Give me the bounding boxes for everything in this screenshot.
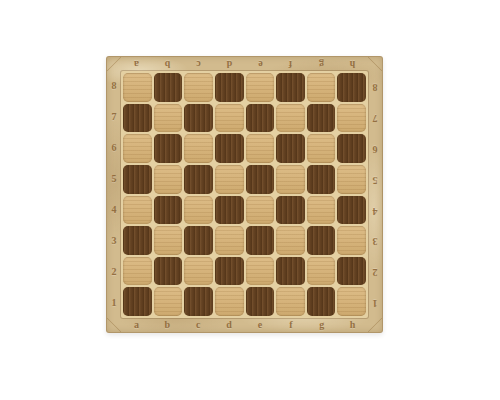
rank-labels-left: 87654321 [107, 71, 121, 318]
square-f5[interactable] [276, 165, 305, 194]
rank-labels-right: 87654321 [368, 71, 382, 318]
file-label-bottom-h: h [337, 318, 368, 332]
rank-label-left-4: 4 [107, 195, 121, 226]
square-e3[interactable] [246, 226, 275, 255]
rank-label-right-6: 6 [368, 133, 382, 164]
file-label-bottom-b: b [152, 318, 183, 332]
square-d4[interactable] [215, 196, 244, 225]
square-a4[interactable] [123, 196, 152, 225]
rank-label-left-7: 7 [107, 102, 121, 133]
square-g5[interactable] [307, 165, 336, 194]
square-h6[interactable] [337, 134, 366, 163]
square-f6[interactable] [276, 134, 305, 163]
file-label-top-a: a [121, 57, 152, 71]
square-b3[interactable] [154, 226, 183, 255]
square-d7[interactable] [215, 104, 244, 133]
square-f8[interactable] [276, 73, 305, 102]
square-d5[interactable] [215, 165, 244, 194]
square-f1[interactable] [276, 287, 305, 316]
square-c5[interactable] [184, 165, 213, 194]
square-e7[interactable] [246, 104, 275, 133]
square-c4[interactable] [184, 196, 213, 225]
rank-label-right-1: 1 [368, 287, 382, 318]
file-label-top-c: c [183, 57, 214, 71]
square-c8[interactable] [184, 73, 213, 102]
square-e4[interactable] [246, 196, 275, 225]
square-h1[interactable] [337, 287, 366, 316]
square-a6[interactable] [123, 134, 152, 163]
rank-label-left-8: 8 [107, 71, 121, 102]
rank-label-left-2: 2 [107, 256, 121, 287]
rank-label-right-2: 2 [368, 256, 382, 287]
file-label-bottom-c: c [183, 318, 214, 332]
file-label-top-g: g [306, 57, 337, 71]
square-c6[interactable] [184, 134, 213, 163]
file-label-top-e: e [245, 57, 276, 71]
square-f3[interactable] [276, 226, 305, 255]
square-e5[interactable] [246, 165, 275, 194]
square-b5[interactable] [154, 165, 183, 194]
square-d8[interactable] [215, 73, 244, 102]
rank-label-right-5: 5 [368, 164, 382, 195]
square-e6[interactable] [246, 134, 275, 163]
square-b8[interactable] [154, 73, 183, 102]
square-h2[interactable] [337, 257, 366, 286]
square-g6[interactable] [307, 134, 336, 163]
square-f7[interactable] [276, 104, 305, 133]
square-g3[interactable] [307, 226, 336, 255]
rank-label-left-3: 3 [107, 225, 121, 256]
square-c3[interactable] [184, 226, 213, 255]
square-a3[interactable] [123, 226, 152, 255]
square-d6[interactable] [215, 134, 244, 163]
square-h3[interactable] [337, 226, 366, 255]
rank-label-left-1: 1 [107, 287, 121, 318]
chess-board: abcdefgh abcdefgh 87654321 87654321 [106, 56, 383, 333]
square-g7[interactable] [307, 104, 336, 133]
square-b7[interactable] [154, 104, 183, 133]
file-labels-top: abcdefgh [121, 57, 368, 71]
square-e1[interactable] [246, 287, 275, 316]
frame-corner-ornament [107, 318, 121, 332]
square-b6[interactable] [154, 134, 183, 163]
square-a7[interactable] [123, 104, 152, 133]
frame-corner-ornament [368, 318, 382, 332]
square-g2[interactable] [307, 257, 336, 286]
square-h4[interactable] [337, 196, 366, 225]
rank-label-right-8: 8 [368, 71, 382, 102]
square-e2[interactable] [246, 257, 275, 286]
rank-label-right-7: 7 [368, 102, 382, 133]
square-g8[interactable] [307, 73, 336, 102]
square-c1[interactable] [184, 287, 213, 316]
square-e8[interactable] [246, 73, 275, 102]
square-f4[interactable] [276, 196, 305, 225]
square-f2[interactable] [276, 257, 305, 286]
square-d3[interactable] [215, 226, 244, 255]
rank-label-right-4: 4 [368, 195, 382, 226]
rank-label-left-6: 6 [107, 133, 121, 164]
square-a1[interactable] [123, 287, 152, 316]
square-g1[interactable] [307, 287, 336, 316]
square-h8[interactable] [337, 73, 366, 102]
file-label-bottom-e: e [245, 318, 276, 332]
square-b2[interactable] [154, 257, 183, 286]
square-a5[interactable] [123, 165, 152, 194]
frame-corner-ornament [107, 57, 121, 71]
square-h5[interactable] [337, 165, 366, 194]
file-label-bottom-a: a [121, 318, 152, 332]
square-c7[interactable] [184, 104, 213, 133]
file-label-top-b: b [152, 57, 183, 71]
file-label-bottom-d: d [214, 318, 245, 332]
rank-label-right-3: 3 [368, 225, 382, 256]
square-d2[interactable] [215, 257, 244, 286]
frame-corner-ornament [368, 57, 382, 71]
square-b4[interactable] [154, 196, 183, 225]
file-label-bottom-g: g [306, 318, 337, 332]
square-d1[interactable] [215, 287, 244, 316]
square-h7[interactable] [337, 104, 366, 133]
file-label-top-d: d [214, 57, 245, 71]
rank-label-left-5: 5 [107, 164, 121, 195]
square-a2[interactable] [123, 257, 152, 286]
file-label-bottom-f: f [275, 318, 306, 332]
file-label-top-f: f [275, 57, 306, 71]
file-label-top-h: h [337, 57, 368, 71]
file-labels-bottom: abcdefgh [121, 318, 368, 332]
board-field [121, 71, 368, 318]
square-a8[interactable] [123, 73, 152, 102]
square-c2[interactable] [184, 257, 213, 286]
square-g4[interactable] [307, 196, 336, 225]
square-b1[interactable] [154, 287, 183, 316]
